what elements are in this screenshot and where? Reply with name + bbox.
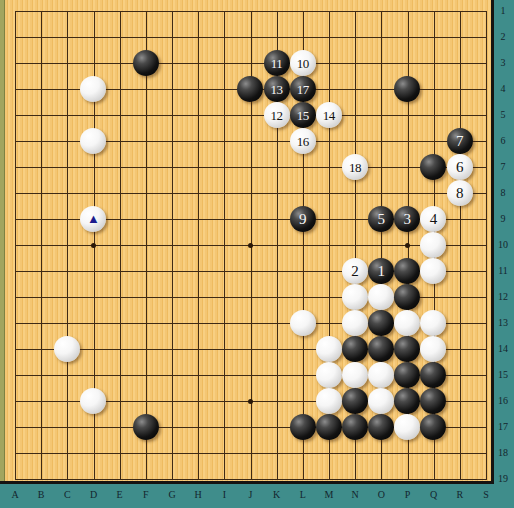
stone-white-D6 [80, 128, 106, 154]
stone-black-P9: 3 [394, 206, 420, 232]
col-label-E: E [110, 489, 130, 500]
stone-white-C14 [54, 336, 80, 362]
stone-white-Q11 [420, 258, 446, 284]
move-number: 7 [456, 134, 464, 149]
col-label-R: R [450, 489, 470, 500]
move-number: 16 [297, 135, 309, 148]
row-label-14: 14 [493, 343, 513, 355]
move-number: 10 [297, 57, 309, 70]
col-label-L: L [293, 489, 313, 500]
col-label-J: J [241, 489, 261, 500]
stone-black-N14 [342, 336, 368, 362]
stone-white-Q9: 4 [420, 206, 446, 232]
row-label-1: 1 [493, 5, 513, 17]
move-number: 2 [351, 264, 359, 279]
row-label-17: 17 [493, 421, 513, 433]
move-number: 11 [271, 57, 283, 70]
move-number: 9 [299, 212, 307, 227]
go-board[interactable]: 111013171215141671868▲953421 [0, 0, 494, 484]
col-label-O: O [371, 489, 391, 500]
row-label-15: 15 [493, 369, 513, 381]
stone-black-J4 [237, 76, 263, 102]
move-number: 14 [323, 109, 335, 122]
stone-black-N17 [342, 414, 368, 440]
move-number: 15 [297, 109, 309, 122]
row-label-2: 2 [493, 31, 513, 43]
stone-black-O13 [368, 310, 394, 336]
row-label-13: 13 [493, 317, 513, 329]
row-label-19: 19 [493, 473, 513, 485]
stone-black-L9: 9 [290, 206, 316, 232]
stone-white-L6: 16 [290, 128, 316, 154]
col-label-S: S [476, 489, 496, 500]
col-label-C: C [57, 489, 77, 500]
move-number: 3 [404, 212, 412, 227]
move-number: 1 [377, 264, 385, 279]
stone-black-P15 [394, 362, 420, 388]
stone-black-L5: 15 [290, 102, 316, 128]
col-label-P: P [398, 489, 418, 500]
stone-white-D16 [80, 388, 106, 414]
row-label-5: 5 [493, 109, 513, 121]
stone-black-Q17 [420, 414, 446, 440]
row-label-18: 18 [493, 447, 513, 459]
row-label-10: 10 [493, 239, 513, 251]
col-label-B: B [31, 489, 51, 500]
go-diagram: 111013171215141671868▲953421 ABCDEFGHIJK… [0, 0, 514, 508]
row-label-11: 11 [493, 265, 513, 277]
stone-white-P13 [394, 310, 420, 336]
move-number: 4 [430, 212, 438, 227]
stone-white-K5: 12 [264, 102, 290, 128]
stone-black-P11 [394, 258, 420, 284]
stone-white-Q10 [420, 232, 446, 258]
stone-black-R6: 7 [447, 128, 473, 154]
stone-white-N15 [342, 362, 368, 388]
stone-black-P4 [394, 76, 420, 102]
move-number: 18 [349, 161, 361, 174]
stone-white-O15 [368, 362, 394, 388]
stone-white-N12 [342, 284, 368, 310]
stone-white-R8: 8 [447, 180, 473, 206]
triangle-mark-icon: ▲ [87, 212, 100, 225]
col-label-N: N [345, 489, 365, 500]
stone-black-P16 [394, 388, 420, 414]
col-label-Q: Q [424, 489, 444, 500]
col-label-I: I [214, 489, 234, 500]
row-label-4: 4 [493, 83, 513, 95]
stone-black-Q15 [420, 362, 446, 388]
move-number: 12 [271, 109, 283, 122]
stone-black-Q7 [420, 154, 446, 180]
stone-white-Q13 [420, 310, 446, 336]
stone-white-M16 [316, 388, 342, 414]
move-number: 6 [456, 160, 464, 175]
row-label-3: 3 [493, 57, 513, 69]
stone-black-P14 [394, 336, 420, 362]
row-label-8: 8 [493, 187, 513, 199]
col-label-G: G [162, 489, 182, 500]
move-number: 8 [456, 186, 464, 201]
stone-black-L17 [290, 414, 316, 440]
stone-black-L4: 17 [290, 76, 316, 102]
col-label-H: H [188, 489, 208, 500]
stone-white-D4 [80, 76, 106, 102]
stone-black-F3 [133, 50, 159, 76]
move-number: 13 [271, 83, 283, 96]
stone-white-N7: 18 [342, 154, 368, 180]
stone-white-D9: ▲ [80, 206, 106, 232]
stone-black-K3: 11 [264, 50, 290, 76]
col-label-K: K [267, 489, 287, 500]
col-label-F: F [136, 489, 156, 500]
stone-white-N13 [342, 310, 368, 336]
stone-black-K4: 13 [264, 76, 290, 102]
stone-white-L13 [290, 310, 316, 336]
stone-black-O14 [368, 336, 394, 362]
stone-black-F17 [133, 414, 159, 440]
stone-black-O11: 1 [368, 258, 394, 284]
stone-white-Q14 [420, 336, 446, 362]
move-number: 5 [377, 212, 385, 227]
row-label-6: 6 [493, 135, 513, 147]
stone-white-M15 [316, 362, 342, 388]
col-label-M: M [319, 489, 339, 500]
stone-white-N11: 2 [342, 258, 368, 284]
row-label-16: 16 [493, 395, 513, 407]
row-label-7: 7 [493, 161, 513, 173]
col-label-D: D [84, 489, 104, 500]
stone-black-O17 [368, 414, 394, 440]
stone-black-O9: 5 [368, 206, 394, 232]
stone-white-R7: 6 [447, 154, 473, 180]
move-number: 17 [297, 83, 309, 96]
stone-black-P12 [394, 284, 420, 310]
col-label-A: A [5, 489, 25, 500]
stone-black-N16 [342, 388, 368, 414]
stone-white-P17 [394, 414, 420, 440]
stone-white-M14 [316, 336, 342, 362]
stone-white-O16 [368, 388, 394, 414]
stone-white-M5: 14 [316, 102, 342, 128]
stone-black-M17 [316, 414, 342, 440]
stone-white-L3: 10 [290, 50, 316, 76]
row-label-12: 12 [493, 291, 513, 303]
stone-black-Q16 [420, 388, 446, 414]
row-label-9: 9 [493, 213, 513, 225]
stone-white-O12 [368, 284, 394, 310]
board-intersections[interactable]: 111013171215141671868▲953421 [2, 0, 499, 492]
